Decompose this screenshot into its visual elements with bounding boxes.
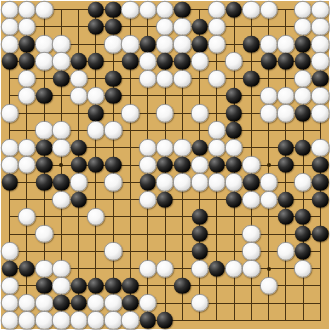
intersection-8-0[interactable] — [139, 1, 156, 18]
intersection-10-12[interactable] — [174, 208, 191, 225]
intersection-12-6[interactable] — [208, 105, 225, 122]
intersection-6-16[interactable] — [105, 277, 122, 294]
intersection-10-11[interactable] — [174, 191, 191, 208]
intersection-3-5[interactable] — [53, 87, 70, 104]
black-stone[interactable] — [36, 174, 52, 190]
intersection-9-11[interactable] — [156, 191, 173, 208]
intersection-8-13[interactable] — [139, 225, 156, 242]
intersection-2-6[interactable] — [36, 105, 53, 122]
intersection-6-1[interactable] — [105, 18, 122, 35]
black-stone[interactable] — [312, 191, 328, 207]
intersection-18-17[interactable] — [312, 294, 329, 311]
intersection-4-11[interactable] — [70, 191, 87, 208]
white-stone[interactable] — [69, 69, 87, 87]
intersection-18-7[interactable] — [312, 122, 329, 139]
intersection-14-13[interactable] — [243, 225, 260, 242]
black-stone[interactable] — [209, 157, 225, 173]
white-stone[interactable] — [52, 35, 70, 53]
intersection-7-11[interactable] — [122, 191, 139, 208]
black-stone[interactable] — [226, 122, 242, 138]
intersection-2-7[interactable] — [36, 122, 53, 139]
white-stone[interactable] — [294, 87, 312, 105]
white-stone[interactable] — [0, 156, 18, 174]
black-stone[interactable] — [157, 157, 173, 173]
intersection-15-17[interactable] — [260, 294, 277, 311]
intersection-17-15[interactable] — [294, 260, 311, 277]
intersection-9-16[interactable] — [156, 277, 173, 294]
intersection-15-15[interactable] — [260, 260, 277, 277]
black-stone[interactable] — [278, 140, 294, 156]
black-stone[interactable] — [295, 243, 311, 259]
white-stone[interactable] — [311, 104, 329, 122]
white-stone[interactable] — [294, 18, 312, 36]
intersection-9-5[interactable] — [156, 87, 173, 104]
intersection-1-8[interactable] — [18, 139, 35, 156]
intersection-1-18[interactable] — [18, 312, 35, 329]
intersection-5-8[interactable] — [87, 139, 104, 156]
intersection-17-3[interactable] — [294, 53, 311, 70]
intersection-9-8[interactable] — [156, 139, 173, 156]
white-stone[interactable] — [139, 52, 157, 70]
intersection-8-11[interactable] — [139, 191, 156, 208]
black-stone[interactable] — [88, 157, 104, 173]
intersection-15-12[interactable] — [260, 208, 277, 225]
intersection-8-4[interactable] — [139, 70, 156, 87]
intersection-4-10[interactable] — [70, 174, 87, 191]
intersection-9-2[interactable] — [156, 36, 173, 53]
intersection-17-14[interactable] — [294, 243, 311, 260]
intersection-14-4[interactable] — [243, 70, 260, 87]
intersection-12-18[interactable] — [208, 312, 225, 329]
intersection-10-17[interactable] — [174, 294, 191, 311]
intersection-13-15[interactable] — [225, 260, 242, 277]
white-stone[interactable] — [242, 190, 260, 208]
intersection-4-14[interactable] — [70, 243, 87, 260]
intersection-2-5[interactable] — [36, 87, 53, 104]
intersection-18-10[interactable] — [312, 174, 329, 191]
intersection-15-18[interactable] — [260, 312, 277, 329]
intersection-7-1[interactable] — [122, 18, 139, 35]
white-stone[interactable] — [69, 173, 87, 191]
intersection-6-11[interactable] — [105, 191, 122, 208]
intersection-12-0[interactable] — [208, 1, 225, 18]
intersection-10-5[interactable] — [174, 87, 191, 104]
intersection-5-10[interactable] — [87, 174, 104, 191]
intersection-0-16[interactable] — [1, 277, 18, 294]
intersection-7-14[interactable] — [122, 243, 139, 260]
intersection-9-18[interactable] — [156, 312, 173, 329]
black-stone[interactable] — [191, 209, 207, 225]
intersection-1-1[interactable] — [18, 18, 35, 35]
intersection-9-6[interactable] — [156, 105, 173, 122]
white-stone[interactable] — [69, 87, 87, 105]
intersection-2-8[interactable] — [36, 139, 53, 156]
intersection-2-10[interactable] — [36, 174, 53, 191]
intersection-11-15[interactable] — [191, 260, 208, 277]
black-stone[interactable] — [226, 105, 242, 121]
intersection-14-16[interactable] — [243, 277, 260, 294]
white-stone[interactable] — [225, 139, 243, 157]
intersection-8-3[interactable] — [139, 53, 156, 70]
intersection-17-11[interactable] — [294, 191, 311, 208]
white-stone[interactable] — [208, 18, 226, 36]
white-stone[interactable] — [35, 294, 53, 312]
black-stone[interactable] — [105, 19, 121, 35]
black-stone[interactable] — [191, 36, 207, 52]
intersection-6-8[interactable] — [105, 139, 122, 156]
black-stone[interactable] — [122, 278, 138, 294]
intersection-16-11[interactable] — [277, 191, 294, 208]
intersection-6-5[interactable] — [105, 87, 122, 104]
white-stone[interactable] — [156, 35, 174, 53]
intersection-1-10[interactable] — [18, 174, 35, 191]
black-stone[interactable] — [140, 174, 156, 190]
intersection-10-16[interactable] — [174, 277, 191, 294]
black-stone[interactable] — [174, 278, 190, 294]
intersection-7-4[interactable] — [122, 70, 139, 87]
intersection-5-16[interactable] — [87, 277, 104, 294]
intersection-6-18[interactable] — [105, 312, 122, 329]
white-stone[interactable] — [104, 311, 122, 329]
intersection-14-8[interactable] — [243, 139, 260, 156]
black-stone[interactable] — [36, 88, 52, 104]
white-stone[interactable] — [121, 104, 139, 122]
white-stone[interactable] — [104, 242, 122, 260]
intersection-13-10[interactable] — [225, 174, 242, 191]
intersection-17-16[interactable] — [294, 277, 311, 294]
intersection-3-7[interactable] — [53, 122, 70, 139]
intersection-15-7[interactable] — [260, 122, 277, 139]
intersection-16-9[interactable] — [277, 156, 294, 173]
black-stone[interactable] — [278, 53, 294, 69]
intersection-12-3[interactable] — [208, 53, 225, 70]
intersection-12-2[interactable] — [208, 36, 225, 53]
white-stone[interactable] — [156, 173, 174, 191]
black-stone[interactable] — [278, 191, 294, 207]
intersection-1-0[interactable] — [18, 1, 35, 18]
intersection-16-18[interactable] — [277, 312, 294, 329]
white-stone[interactable] — [35, 52, 53, 70]
intersection-9-10[interactable] — [156, 174, 173, 191]
white-stone[interactable] — [173, 35, 191, 53]
white-stone[interactable] — [0, 0, 18, 18]
intersection-13-16[interactable] — [225, 277, 242, 294]
intersection-8-2[interactable] — [139, 36, 156, 53]
white-stone[interactable] — [18, 18, 36, 36]
intersection-13-6[interactable] — [225, 105, 242, 122]
intersection-8-8[interactable] — [139, 139, 156, 156]
intersection-10-18[interactable] — [174, 312, 191, 329]
white-stone[interactable] — [173, 18, 191, 36]
intersection-14-12[interactable] — [243, 208, 260, 225]
intersection-17-8[interactable] — [294, 139, 311, 156]
white-stone[interactable] — [277, 242, 295, 260]
intersection-10-3[interactable] — [174, 53, 191, 70]
intersection-5-13[interactable] — [87, 225, 104, 242]
intersection-5-15[interactable] — [87, 260, 104, 277]
intersection-3-10[interactable] — [53, 174, 70, 191]
intersection-3-12[interactable] — [53, 208, 70, 225]
intersection-14-0[interactable] — [243, 1, 260, 18]
black-stone[interactable] — [295, 105, 311, 121]
white-stone[interactable] — [208, 139, 226, 157]
white-stone[interactable] — [259, 0, 277, 18]
intersection-18-9[interactable] — [312, 156, 329, 173]
white-stone[interactable] — [104, 173, 122, 191]
black-stone[interactable] — [53, 295, 69, 311]
intersection-12-7[interactable] — [208, 122, 225, 139]
intersection-9-7[interactable] — [156, 122, 173, 139]
intersection-7-2[interactable] — [122, 36, 139, 53]
black-stone[interactable] — [191, 226, 207, 242]
intersection-9-13[interactable] — [156, 225, 173, 242]
intersection-12-8[interactable] — [208, 139, 225, 156]
black-stone[interactable] — [226, 191, 242, 207]
intersection-13-5[interactable] — [225, 87, 242, 104]
intersection-11-0[interactable] — [191, 1, 208, 18]
goban[interactable] — [1, 1, 329, 329]
intersection-16-10[interactable] — [277, 174, 294, 191]
intersection-16-2[interactable] — [277, 36, 294, 53]
intersection-18-18[interactable] — [312, 312, 329, 329]
intersection-7-3[interactable] — [122, 53, 139, 70]
white-stone[interactable] — [35, 35, 53, 53]
intersection-7-9[interactable] — [122, 156, 139, 173]
white-stone[interactable] — [18, 311, 36, 329]
white-stone[interactable] — [139, 259, 157, 277]
intersection-0-1[interactable] — [1, 18, 18, 35]
intersection-15-3[interactable] — [260, 53, 277, 70]
white-stone[interactable] — [18, 156, 36, 174]
intersection-0-18[interactable] — [1, 312, 18, 329]
intersection-8-17[interactable] — [139, 294, 156, 311]
intersection-11-2[interactable] — [191, 36, 208, 53]
black-stone[interactable] — [105, 157, 121, 173]
intersection-15-14[interactable] — [260, 243, 277, 260]
white-stone[interactable] — [104, 294, 122, 312]
black-stone[interactable] — [70, 157, 86, 173]
intersection-4-8[interactable] — [70, 139, 87, 156]
black-stone[interactable] — [88, 278, 104, 294]
intersection-17-18[interactable] — [294, 312, 311, 329]
white-stone[interactable] — [190, 259, 208, 277]
intersection-0-7[interactable] — [1, 122, 18, 139]
white-stone[interactable] — [18, 0, 36, 18]
intersection-3-13[interactable] — [53, 225, 70, 242]
intersection-4-7[interactable] — [70, 122, 87, 139]
intersection-0-12[interactable] — [1, 208, 18, 225]
intersection-16-15[interactable] — [277, 260, 294, 277]
intersection-4-12[interactable] — [70, 208, 87, 225]
white-stone[interactable] — [225, 173, 243, 191]
intersection-4-3[interactable] — [70, 53, 87, 70]
white-stone[interactable] — [242, 259, 260, 277]
intersection-10-7[interactable] — [174, 122, 191, 139]
intersection-12-14[interactable] — [208, 243, 225, 260]
black-stone[interactable] — [209, 260, 225, 276]
white-stone[interactable] — [0, 242, 18, 260]
intersection-18-1[interactable] — [312, 18, 329, 35]
white-stone[interactable] — [242, 156, 260, 174]
intersection-0-10[interactable] — [1, 174, 18, 191]
intersection-8-14[interactable] — [139, 243, 156, 260]
intersection-13-8[interactable] — [225, 139, 242, 156]
intersection-4-4[interactable] — [70, 70, 87, 87]
intersection-7-13[interactable] — [122, 225, 139, 242]
intersection-5-12[interactable] — [87, 208, 104, 225]
white-stone[interactable] — [242, 0, 260, 18]
intersection-7-15[interactable] — [122, 260, 139, 277]
intersection-13-12[interactable] — [225, 208, 242, 225]
intersection-9-0[interactable] — [156, 1, 173, 18]
intersection-14-5[interactable] — [243, 87, 260, 104]
intersection-6-7[interactable] — [105, 122, 122, 139]
intersection-4-15[interactable] — [70, 260, 87, 277]
intersection-4-13[interactable] — [70, 225, 87, 242]
intersection-3-11[interactable] — [53, 191, 70, 208]
intersection-17-10[interactable] — [294, 174, 311, 191]
intersection-8-12[interactable] — [139, 208, 156, 225]
intersection-17-1[interactable] — [294, 18, 311, 35]
intersection-10-8[interactable] — [174, 139, 191, 156]
intersection-2-12[interactable] — [36, 208, 53, 225]
intersection-6-15[interactable] — [105, 260, 122, 277]
intersection-14-9[interactable] — [243, 156, 260, 173]
white-stone[interactable] — [0, 277, 18, 295]
white-stone[interactable] — [259, 87, 277, 105]
intersection-6-9[interactable] — [105, 156, 122, 173]
intersection-13-2[interactable] — [225, 36, 242, 53]
intersection-3-2[interactable] — [53, 36, 70, 53]
intersection-15-16[interactable] — [260, 277, 277, 294]
intersection-14-15[interactable] — [243, 260, 260, 277]
intersection-10-15[interactable] — [174, 260, 191, 277]
intersection-7-12[interactable] — [122, 208, 139, 225]
intersection-16-7[interactable] — [277, 122, 294, 139]
intersection-12-16[interactable] — [208, 277, 225, 294]
intersection-17-6[interactable] — [294, 105, 311, 122]
intersection-16-3[interactable] — [277, 53, 294, 70]
white-stone[interactable] — [156, 104, 174, 122]
intersection-13-7[interactable] — [225, 122, 242, 139]
intersection-1-6[interactable] — [18, 105, 35, 122]
white-stone[interactable] — [52, 259, 70, 277]
black-stone[interactable] — [157, 53, 173, 69]
intersection-6-4[interactable] — [105, 70, 122, 87]
intersection-16-1[interactable] — [277, 18, 294, 35]
black-stone[interactable] — [191, 140, 207, 156]
intersection-8-15[interactable] — [139, 260, 156, 277]
intersection-18-3[interactable] — [312, 53, 329, 70]
intersection-2-11[interactable] — [36, 191, 53, 208]
white-stone[interactable] — [311, 35, 329, 53]
white-stone[interactable] — [87, 311, 105, 329]
intersection-8-7[interactable] — [139, 122, 156, 139]
intersection-1-16[interactable] — [18, 277, 35, 294]
black-stone[interactable] — [243, 174, 259, 190]
intersection-2-3[interactable] — [36, 53, 53, 70]
intersection-14-11[interactable] — [243, 191, 260, 208]
intersection-7-8[interactable] — [122, 139, 139, 156]
intersection-2-16[interactable] — [36, 277, 53, 294]
intersection-6-12[interactable] — [105, 208, 122, 225]
intersection-16-16[interactable] — [277, 277, 294, 294]
intersection-18-4[interactable] — [312, 70, 329, 87]
intersection-18-12[interactable] — [312, 208, 329, 225]
black-stone[interactable] — [174, 157, 190, 173]
intersection-16-8[interactable] — [277, 139, 294, 156]
intersection-3-1[interactable] — [53, 18, 70, 35]
white-stone[interactable] — [121, 35, 139, 53]
intersection-18-0[interactable] — [312, 1, 329, 18]
intersection-1-17[interactable] — [18, 294, 35, 311]
black-stone[interactable] — [122, 295, 138, 311]
white-stone[interactable] — [173, 173, 191, 191]
intersection-17-9[interactable] — [294, 156, 311, 173]
intersection-2-0[interactable] — [36, 1, 53, 18]
intersection-18-6[interactable] — [312, 105, 329, 122]
intersection-13-18[interactable] — [225, 312, 242, 329]
intersection-14-17[interactable] — [243, 294, 260, 311]
intersection-4-2[interactable] — [70, 36, 87, 53]
intersection-5-2[interactable] — [87, 36, 104, 53]
intersection-13-13[interactable] — [225, 225, 242, 242]
intersection-3-9[interactable] — [53, 156, 70, 173]
intersection-0-15[interactable] — [1, 260, 18, 277]
intersection-1-5[interactable] — [18, 87, 35, 104]
intersection-1-12[interactable] — [18, 208, 35, 225]
white-stone[interactable] — [259, 104, 277, 122]
intersection-11-5[interactable] — [191, 87, 208, 104]
intersection-6-10[interactable] — [105, 174, 122, 191]
intersection-13-0[interactable] — [225, 1, 242, 18]
white-stone[interactable] — [208, 121, 226, 139]
white-stone[interactable] — [18, 87, 36, 105]
intersection-18-11[interactable] — [312, 191, 329, 208]
intersection-1-7[interactable] — [18, 122, 35, 139]
black-stone[interactable] — [88, 105, 104, 121]
intersection-0-0[interactable] — [1, 1, 18, 18]
intersection-14-14[interactable] — [243, 243, 260, 260]
intersection-10-9[interactable] — [174, 156, 191, 173]
intersection-3-18[interactable] — [53, 312, 70, 329]
intersection-10-1[interactable] — [174, 18, 191, 35]
white-stone[interactable] — [52, 121, 70, 139]
white-stone[interactable] — [242, 225, 260, 243]
white-stone[interactable] — [69, 311, 87, 329]
intersection-9-17[interactable] — [156, 294, 173, 311]
intersection-12-15[interactable] — [208, 260, 225, 277]
white-stone[interactable] — [208, 173, 226, 191]
intersection-8-10[interactable] — [139, 174, 156, 191]
white-stone[interactable] — [0, 311, 18, 329]
black-stone[interactable] — [191, 19, 207, 35]
intersection-0-4[interactable] — [1, 70, 18, 87]
intersection-16-5[interactable] — [277, 87, 294, 104]
intersection-13-11[interactable] — [225, 191, 242, 208]
intersection-11-18[interactable] — [191, 312, 208, 329]
black-stone[interactable] — [105, 278, 121, 294]
intersection-15-1[interactable] — [260, 18, 277, 35]
white-stone[interactable] — [294, 69, 312, 87]
black-stone[interactable] — [70, 140, 86, 156]
intersection-3-15[interactable] — [53, 260, 70, 277]
intersection-4-16[interactable] — [70, 277, 87, 294]
intersection-10-2[interactable] — [174, 36, 191, 53]
intersection-11-7[interactable] — [191, 122, 208, 139]
intersection-10-4[interactable] — [174, 70, 191, 87]
intersection-0-17[interactable] — [1, 294, 18, 311]
